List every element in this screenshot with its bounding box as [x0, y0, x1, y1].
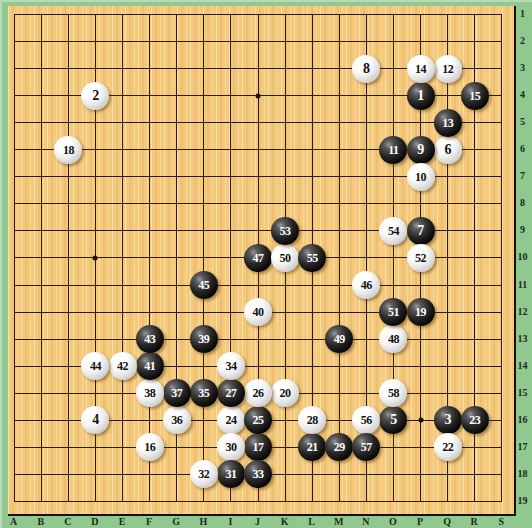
stone-46: 46	[352, 271, 380, 299]
column-label: A	[3, 516, 25, 528]
row-label: 3	[513, 62, 532, 74]
stone-20: 20	[271, 379, 299, 407]
row-label: 11	[513, 279, 532, 291]
stone-54: 54	[379, 217, 407, 245]
stone-12: 12	[434, 55, 462, 83]
stone-16: 16	[136, 433, 164, 461]
stone-56: 56	[352, 406, 380, 434]
stone-35: 35	[190, 379, 218, 407]
go-board-viewer: 1234567891011121314151617181920212223242…	[0, 0, 532, 528]
column-label: D	[84, 516, 106, 528]
row-label: 16	[513, 414, 532, 426]
column-label: O	[382, 516, 404, 528]
stone-27: 27	[217, 379, 245, 407]
stone-25: 25	[244, 406, 272, 434]
column-label: L	[301, 516, 323, 528]
stone-53: 53	[271, 217, 299, 245]
star-point	[256, 93, 261, 98]
stone-15: 15	[461, 82, 489, 110]
stone-5: 5	[379, 406, 407, 434]
row-label: 10	[513, 251, 532, 263]
go-board[interactable]: 1234567891011121314151617181920212223242…	[8, 6, 516, 516]
stone-49: 49	[325, 325, 353, 353]
star-point	[418, 418, 423, 423]
stone-3: 3	[434, 406, 462, 434]
stone-48: 48	[379, 325, 407, 353]
stone-41: 41	[136, 352, 164, 380]
column-label: R	[463, 516, 485, 528]
grid-line	[14, 501, 503, 502]
stone-6: 6	[434, 136, 462, 164]
stone-28: 28	[298, 406, 326, 434]
stone-36: 36	[163, 406, 191, 434]
column-label: K	[274, 516, 296, 528]
row-label: 4	[513, 89, 532, 101]
stone-57: 57	[352, 433, 380, 461]
stone-40: 40	[244, 298, 272, 326]
star-point	[93, 255, 98, 260]
column-label: Q	[436, 516, 458, 528]
stone-1: 1	[407, 82, 435, 110]
row-label: 8	[513, 197, 532, 209]
column-label: I	[219, 516, 241, 528]
row-label: 7	[513, 170, 532, 182]
column-label: P	[409, 516, 431, 528]
stone-45: 45	[190, 271, 218, 299]
stone-17: 17	[244, 433, 272, 461]
row-label: 19	[513, 495, 532, 507]
stone-31: 31	[217, 460, 245, 488]
stone-11: 11	[379, 136, 407, 164]
stone-2: 2	[81, 82, 109, 110]
stone-13: 13	[434, 109, 462, 137]
column-label: M	[328, 516, 350, 528]
row-label: 5	[513, 116, 532, 128]
stone-32: 32	[190, 460, 218, 488]
grid-line	[501, 14, 502, 502]
stone-39: 39	[190, 325, 218, 353]
column-label: H	[192, 516, 214, 528]
stone-33: 33	[244, 460, 272, 488]
column-label: S	[490, 516, 512, 528]
column-label: F	[138, 516, 160, 528]
stone-29: 29	[325, 433, 353, 461]
stone-30: 30	[217, 433, 245, 461]
row-label: 12	[513, 306, 532, 318]
row-label: 9	[513, 224, 532, 236]
stone-8: 8	[352, 55, 380, 83]
stone-37: 37	[163, 379, 191, 407]
stone-58: 58	[379, 379, 407, 407]
stone-9: 9	[407, 136, 435, 164]
stone-21: 21	[298, 433, 326, 461]
stone-10: 10	[407, 163, 435, 191]
stone-34: 34	[217, 352, 245, 380]
stone-23: 23	[461, 406, 489, 434]
grid-line	[339, 14, 340, 502]
stone-42: 42	[109, 352, 137, 380]
stone-7: 7	[407, 217, 435, 245]
row-label: 13	[513, 333, 532, 345]
stone-24: 24	[217, 406, 245, 434]
stone-47: 47	[244, 244, 272, 272]
stone-4: 4	[81, 406, 109, 434]
stone-19: 19	[407, 298, 435, 326]
stone-26: 26	[244, 379, 272, 407]
row-label: 6	[513, 143, 532, 155]
column-label: G	[165, 516, 187, 528]
row-label: 2	[513, 35, 532, 47]
stone-50: 50	[271, 244, 299, 272]
stone-22: 22	[434, 433, 462, 461]
column-label: B	[30, 516, 52, 528]
stone-52: 52	[407, 244, 435, 272]
row-label: 15	[513, 387, 532, 399]
stone-14: 14	[407, 55, 435, 83]
stone-51: 51	[379, 298, 407, 326]
row-label: 1	[513, 8, 532, 20]
column-label: C	[57, 516, 79, 528]
row-label: 14	[513, 360, 532, 372]
row-label: 18	[513, 468, 532, 480]
stone-44: 44	[81, 352, 109, 380]
row-label: 17	[513, 441, 532, 453]
column-label: N	[355, 516, 377, 528]
stone-38: 38	[136, 379, 164, 407]
stone-43: 43	[136, 325, 164, 353]
grid-line	[14, 285, 503, 286]
stone-18: 18	[54, 136, 82, 164]
column-label: J	[247, 516, 269, 528]
stone-55: 55	[298, 244, 326, 272]
grid-line	[14, 339, 503, 340]
column-label: E	[111, 516, 133, 528]
